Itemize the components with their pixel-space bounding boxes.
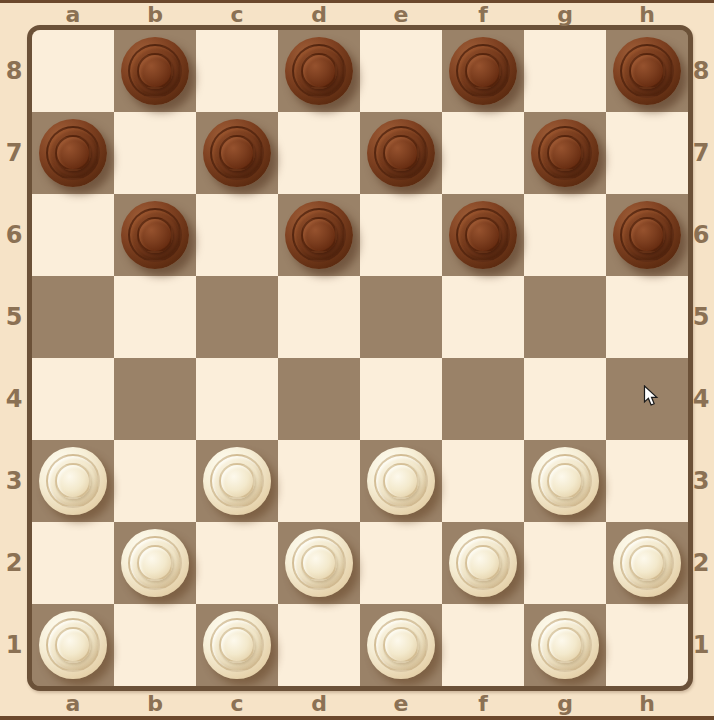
file-label-top-a: a: [32, 2, 114, 28]
piece-white-c3[interactable]: [203, 447, 271, 515]
piece-white-e1[interactable]: [367, 611, 435, 679]
square-a1[interactable]: [32, 604, 114, 686]
square-b5[interactable]: [114, 276, 196, 358]
piece-black-h6[interactable]: [613, 201, 681, 269]
square-g5[interactable]: [524, 276, 606, 358]
rank-label-left-8: 8: [0, 30, 28, 112]
file-label-bottom-c: c: [196, 691, 278, 717]
square-c1[interactable]: [196, 604, 278, 686]
square-f1[interactable]: [442, 604, 524, 686]
square-e8[interactable]: [360, 30, 442, 112]
piece-white-f2[interactable]: [449, 529, 517, 597]
square-b6[interactable]: [114, 194, 196, 276]
square-d6[interactable]: [278, 194, 360, 276]
square-a5[interactable]: [32, 276, 114, 358]
square-d2[interactable]: [278, 522, 360, 604]
square-f6[interactable]: [442, 194, 524, 276]
square-h1[interactable]: [606, 604, 688, 686]
piece-white-h2[interactable]: [613, 529, 681, 597]
rank-label-left-2: 2: [0, 522, 28, 604]
piece-black-f6[interactable]: [449, 201, 517, 269]
piece-black-g7[interactable]: [531, 119, 599, 187]
square-b8[interactable]: [114, 30, 196, 112]
piece-white-e3[interactable]: [367, 447, 435, 515]
square-h3[interactable]: [606, 440, 688, 522]
square-c8[interactable]: [196, 30, 278, 112]
square-d4[interactable]: [278, 358, 360, 440]
square-h7[interactable]: [606, 112, 688, 194]
square-a2[interactable]: [32, 522, 114, 604]
piece-white-c1[interactable]: [203, 611, 271, 679]
square-h5[interactable]: [606, 276, 688, 358]
square-f3[interactable]: [442, 440, 524, 522]
square-g7[interactable]: [524, 112, 606, 194]
rank-label-right-2: 2: [688, 522, 714, 604]
square-f4[interactable]: [442, 358, 524, 440]
square-a3[interactable]: [32, 440, 114, 522]
file-label-bottom-e: e: [360, 691, 442, 717]
file-label-bottom-a: a: [32, 691, 114, 717]
square-a4[interactable]: [32, 358, 114, 440]
square-a6[interactable]: [32, 194, 114, 276]
rank-label-left-5: 5: [0, 276, 28, 358]
rank-label-right-1: 1: [688, 604, 714, 686]
square-e1[interactable]: [360, 604, 442, 686]
rank-label-right-6: 6: [688, 194, 714, 276]
file-label-top-b: b: [114, 2, 196, 28]
file-label-top-g: g: [524, 2, 606, 28]
square-e5[interactable]: [360, 276, 442, 358]
rank-label-right-7: 7: [688, 112, 714, 194]
piece-black-f8[interactable]: [449, 37, 517, 105]
piece-black-b8[interactable]: [121, 37, 189, 105]
file-label-bottom-b: b: [114, 691, 196, 717]
square-h2[interactable]: [606, 522, 688, 604]
square-f8[interactable]: [442, 30, 524, 112]
square-h4[interactable]: [606, 358, 688, 440]
square-c6[interactable]: [196, 194, 278, 276]
square-f7[interactable]: [442, 112, 524, 194]
square-g3[interactable]: [524, 440, 606, 522]
square-c3[interactable]: [196, 440, 278, 522]
file-label-bottom-g: g: [524, 691, 606, 717]
square-e3[interactable]: [360, 440, 442, 522]
piece-black-c7[interactable]: [203, 119, 271, 187]
rank-label-right-3: 3: [688, 440, 714, 522]
square-g1[interactable]: [524, 604, 606, 686]
square-e7[interactable]: [360, 112, 442, 194]
rank-label-left-7: 7: [0, 112, 28, 194]
square-c2[interactable]: [196, 522, 278, 604]
square-g4[interactable]: [524, 358, 606, 440]
rank-label-right-8: 8: [688, 30, 714, 112]
square-f2[interactable]: [442, 522, 524, 604]
piece-white-a1[interactable]: [39, 611, 107, 679]
piece-white-d2[interactable]: [285, 529, 353, 597]
piece-white-b2[interactable]: [121, 529, 189, 597]
piece-black-b6[interactable]: [121, 201, 189, 269]
file-label-bottom-d: d: [278, 691, 360, 717]
rank-label-right-4: 4: [688, 358, 714, 440]
rank-label-left-3: 3: [0, 440, 28, 522]
rank-label-left-1: 1: [0, 604, 28, 686]
square-g6[interactable]: [524, 194, 606, 276]
square-e2[interactable]: [360, 522, 442, 604]
file-label-top-h: h: [606, 2, 688, 28]
square-h8[interactable]: [606, 30, 688, 112]
square-f5[interactable]: [442, 276, 524, 358]
square-h6[interactable]: [606, 194, 688, 276]
square-d1[interactable]: [278, 604, 360, 686]
piece-white-g1[interactable]: [531, 611, 599, 679]
square-e6[interactable]: [360, 194, 442, 276]
square-c4[interactable]: [196, 358, 278, 440]
square-d3[interactable]: [278, 440, 360, 522]
piece-black-e7[interactable]: [367, 119, 435, 187]
square-c7[interactable]: [196, 112, 278, 194]
square-d8[interactable]: [278, 30, 360, 112]
square-b3[interactable]: [114, 440, 196, 522]
square-b4[interactable]: [114, 358, 196, 440]
square-d5[interactable]: [278, 276, 360, 358]
square-a8[interactable]: [32, 30, 114, 112]
square-a7[interactable]: [32, 112, 114, 194]
file-label-top-c: c: [196, 2, 278, 28]
piece-black-d8[interactable]: [285, 37, 353, 105]
square-b2[interactable]: [114, 522, 196, 604]
file-label-bottom-f: f: [442, 691, 524, 717]
piece-black-h8[interactable]: [613, 37, 681, 105]
square-g8[interactable]: [524, 30, 606, 112]
board: [27, 25, 693, 691]
rank-label-left-4: 4: [0, 358, 28, 440]
rank-label-right-5: 5: [688, 276, 714, 358]
file-label-top-e: e: [360, 2, 442, 28]
board-grid: [32, 30, 688, 686]
piece-black-a7[interactable]: [39, 119, 107, 187]
file-label-top-d: d: [278, 2, 360, 28]
piece-black-d6[interactable]: [285, 201, 353, 269]
piece-white-g3[interactable]: [531, 447, 599, 515]
square-g2[interactable]: [524, 522, 606, 604]
file-label-top-f: f: [442, 2, 524, 28]
square-b7[interactable]: [114, 112, 196, 194]
file-label-bottom-h: h: [606, 691, 688, 717]
checkers-app: aabbccddeeffgghh8877665544332211: [0, 0, 714, 720]
square-e4[interactable]: [360, 358, 442, 440]
rank-label-left-6: 6: [0, 194, 28, 276]
piece-white-a3[interactable]: [39, 447, 107, 515]
square-d7[interactable]: [278, 112, 360, 194]
square-c5[interactable]: [196, 276, 278, 358]
square-b1[interactable]: [114, 604, 196, 686]
